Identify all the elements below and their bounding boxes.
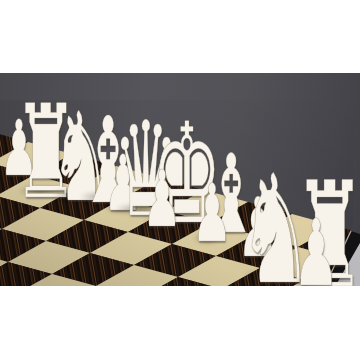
- bottom-white-band: [0, 286, 360, 360]
- chess-set-product-photo: ♟♜♞♝♟♛♚♟♝♟♟♞♜♟: [0, 0, 360, 360]
- white-pawn-piece[interactable]: ♟: [142, 160, 181, 238]
- white-pawn-piece[interactable]: ♟: [192, 174, 232, 254]
- top-white-band: [0, 0, 360, 73]
